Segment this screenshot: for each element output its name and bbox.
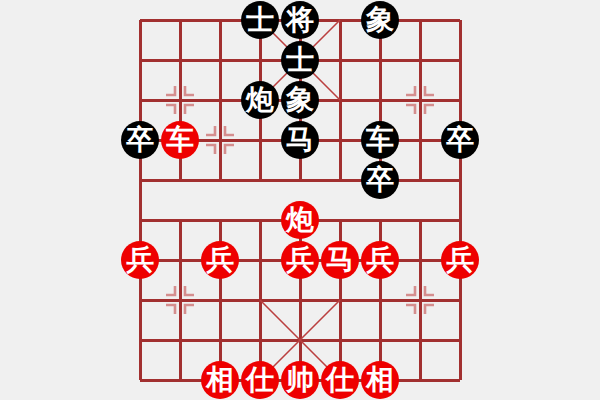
xiangqi-screen: 士将象士炮象卒车马车卒卒炮兵兵兵马兵兵相仕帅仕相 [0,0,600,400]
piece-black-horse[interactable]: 马 [281,121,319,159]
piece-black-soldier[interactable]: 卒 [121,121,159,159]
piece-black-soldier[interactable]: 卒 [361,161,399,199]
piece-black-elephant[interactable]: 象 [281,81,319,119]
piece-black-advisor[interactable]: 士 [281,41,319,79]
piece-black-chariot[interactable]: 车 [361,121,399,159]
piece-red-soldier[interactable]: 兵 [361,241,399,279]
piece-black-soldier[interactable]: 卒 [441,121,479,159]
piece-red-soldier[interactable]: 兵 [441,241,479,279]
piece-red-advisor[interactable]: 仕 [321,361,359,399]
piece-black-advisor[interactable]: 士 [241,1,279,39]
piece-red-elephant[interactable]: 相 [361,361,399,399]
piece-red-chariot[interactable]: 车 [161,121,199,159]
piece-black-cannon[interactable]: 炮 [241,81,279,119]
piece-red-cannon[interactable]: 炮 [281,201,319,239]
piece-black-general[interactable]: 将 [281,1,319,39]
piece-red-soldier[interactable]: 兵 [201,241,239,279]
piece-red-soldier[interactable]: 兵 [281,241,319,279]
piece-black-elephant[interactable]: 象 [361,1,399,39]
piece-red-advisor[interactable]: 仕 [241,361,279,399]
piece-red-elephant[interactable]: 相 [201,361,239,399]
piece-red-horse[interactable]: 马 [321,241,359,279]
piece-red-soldier[interactable]: 兵 [121,241,159,279]
piece-red-general[interactable]: 帅 [281,361,319,399]
